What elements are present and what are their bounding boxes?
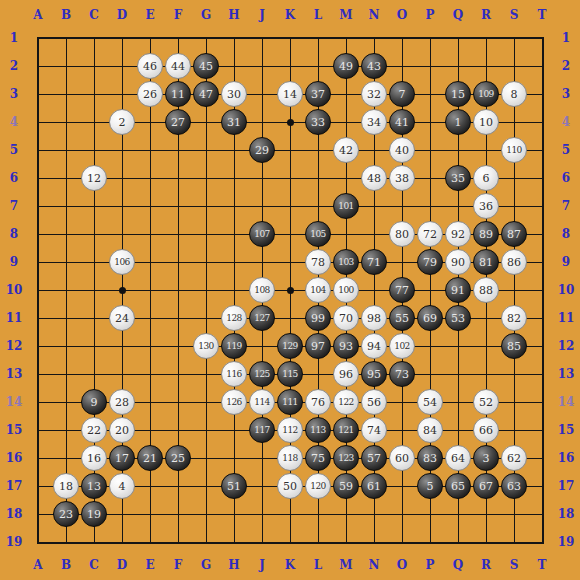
col-label-D-top: D [108,6,136,24]
stone-black-37-L3: 37 [305,81,331,107]
stone-black-119-H12: 119 [221,333,247,359]
stone-black-111-K14: 111 [277,389,303,415]
stone-white-98-N11: 98 [361,305,387,331]
stone-white-16-C16: 16 [81,445,107,471]
row-label-3-right: 3 [552,85,580,103]
stone-black-129-K12: 129 [277,333,303,359]
stone-black-59-M17: 59 [333,473,359,499]
col-label-A-top: A [24,6,52,24]
stone-white-40-O5: 40 [389,137,415,163]
stone-white-118-K16: 118 [277,445,303,471]
stone-black-43-N2: 43 [361,53,387,79]
stone-black-67-R17: 67 [473,473,499,499]
stone-white-72-P8: 72 [417,221,443,247]
stone-white-34-N4: 34 [361,109,387,135]
stone-black-55-O11: 55 [389,305,415,331]
row-label-5-right: 5 [552,141,580,159]
stone-white-116-H13: 116 [221,361,247,387]
stone-white-88-R10: 88 [473,277,499,303]
col-label-T-top: T [528,6,556,24]
goban[interactable]: 1234567891011121314151617181920212223242… [24,24,556,556]
stone-white-126-H14: 126 [221,389,247,415]
col-label-G-top: G [192,6,220,24]
stone-black-65-Q17: 65 [445,473,471,499]
stone-black-105-L8: 105 [305,221,331,247]
stone-black-27-F4: 27 [165,109,191,135]
stone-white-38-O6: 38 [389,165,415,191]
row-label-16-right: 16 [552,449,580,467]
stone-black-93-M12: 93 [333,333,359,359]
stone-white-94-N12: 94 [361,333,387,359]
col-label-S-top: S [500,6,528,24]
stone-black-21-E16: 21 [137,445,163,471]
col-label-E-top: E [136,6,164,24]
stone-white-102-O12: 102 [389,333,415,359]
stone-black-5-P17: 5 [417,473,443,499]
stone-black-101-M7: 101 [333,193,359,219]
col-label-P-bottom: P [416,556,444,574]
col-label-A-bottom: A [24,556,52,574]
stone-white-8-S3: 8 [501,81,527,107]
stone-white-48-N6: 48 [361,165,387,191]
col-label-T-bottom: T [528,556,556,574]
stone-black-117-J15: 117 [249,417,275,443]
col-label-K-bottom: K [276,556,304,574]
row-label-12-right: 12 [552,337,580,355]
col-label-H-bottom: H [220,556,248,574]
stone-black-109-R3: 109 [473,81,499,107]
stone-white-86-S9: 86 [501,249,527,275]
stone-white-78-L9: 78 [305,249,331,275]
stone-white-128-H11: 128 [221,305,247,331]
stone-black-3-R16: 3 [473,445,499,471]
col-label-F-top: F [164,6,192,24]
stone-white-52-R14: 52 [473,389,499,415]
row-label-9-right: 9 [552,253,580,271]
col-label-M-top: M [332,6,360,24]
stone-white-50-K17: 50 [277,473,303,499]
stone-white-46-E2: 46 [137,53,163,79]
row-label-14-right: 14 [552,393,580,411]
stone-white-12-C6: 12 [81,165,107,191]
stone-black-41-O4: 41 [389,109,415,135]
stone-black-99-L11: 99 [305,305,331,331]
stone-black-125-J13: 125 [249,361,275,387]
row-label-10-right: 10 [552,281,580,299]
col-label-F-bottom: F [164,556,192,574]
stone-black-35-Q6: 35 [445,165,471,191]
stone-white-96-M13: 96 [333,361,359,387]
stone-white-56-N14: 56 [361,389,387,415]
stone-white-82-S11: 82 [501,305,527,331]
row-label-1-right: 1 [552,29,580,47]
stone-black-47-G3: 47 [193,81,219,107]
stone-black-23-B18: 23 [53,501,79,527]
stone-white-90-Q9: 90 [445,249,471,275]
stone-black-75-L16: 75 [305,445,331,471]
col-label-R-bottom: R [472,556,500,574]
stone-white-62-S16: 62 [501,445,527,471]
stone-black-107-J8: 107 [249,221,275,247]
stone-black-63-S17: 63 [501,473,527,499]
stone-black-81-R9: 81 [473,249,499,275]
stone-black-45-G2: 45 [193,53,219,79]
stone-white-14-K3: 14 [277,81,303,107]
stone-white-4-D17: 4 [109,473,135,499]
col-label-C-top: C [80,6,108,24]
row-label-17-right: 17 [552,477,580,495]
stone-black-115-K13: 115 [277,361,303,387]
row-label-2-right: 2 [552,57,580,75]
stone-white-42-M5: 42 [333,137,359,163]
stone-black-95-N13: 95 [361,361,387,387]
col-label-C-bottom: C [80,556,108,574]
col-label-R-top: R [472,6,500,24]
col-label-Q-bottom: Q [444,556,472,574]
stone-black-53-Q11: 53 [445,305,471,331]
row-label-7-right: 7 [552,197,580,215]
stone-black-79-P9: 79 [417,249,443,275]
row-label-6-right: 6 [552,169,580,187]
stone-black-61-N17: 61 [361,473,387,499]
stone-black-33-L4: 33 [305,109,331,135]
stone-black-85-S12: 85 [501,333,527,359]
stone-black-103-M9: 103 [333,249,359,275]
col-label-E-bottom: E [136,556,164,574]
stone-black-13-C17: 13 [81,473,107,499]
stone-black-15-Q3: 15 [445,81,471,107]
row-label-19-right: 19 [552,533,580,551]
stone-white-26-E3: 26 [137,81,163,107]
stone-white-10-R4: 10 [473,109,499,135]
stone-white-24-D11: 24 [109,305,135,331]
stone-white-106-D9: 106 [109,249,135,275]
stone-black-57-N16: 57 [361,445,387,471]
stone-black-73-O13: 73 [389,361,415,387]
stone-white-122-M14: 122 [333,389,359,415]
col-label-K-top: K [276,6,304,24]
stone-black-31-H4: 31 [221,109,247,135]
stone-black-71-N9: 71 [361,249,387,275]
stone-white-80-O8: 80 [389,221,415,247]
stone-black-17-D16: 17 [109,445,135,471]
stone-black-91-Q10: 91 [445,277,471,303]
stone-white-22-C15: 22 [81,417,107,443]
stone-black-19-C18: 19 [81,501,107,527]
stone-black-89-R8: 89 [473,221,499,247]
go-game-record-diagram: ABCDEFGHJKLMNOPQRST ABCDEFGHJKLMNOPQRST … [0,0,580,580]
row-label-13-right: 13 [552,365,580,383]
col-label-L-top: L [304,6,332,24]
row-label-15-right: 15 [552,421,580,439]
stone-black-9-C14: 9 [81,389,107,415]
stone-white-54-P14: 54 [417,389,443,415]
stone-white-18-B17: 18 [53,473,79,499]
stone-black-77-O10: 77 [389,277,415,303]
col-label-N-bottom: N [360,556,388,574]
stone-black-11-F3: 11 [165,81,191,107]
stone-white-20-D15: 20 [109,417,135,443]
stone-white-120-L17: 120 [305,473,331,499]
col-label-D-bottom: D [108,556,136,574]
col-label-M-bottom: M [332,556,360,574]
stone-white-60-O16: 60 [389,445,415,471]
row-label-11-right: 11 [552,309,580,327]
stone-white-28-D14: 28 [109,389,135,415]
stone-black-1-Q4: 1 [445,109,471,135]
stone-white-114-J14: 114 [249,389,275,415]
stone-white-92-Q8: 92 [445,221,471,247]
col-label-Q-top: Q [444,6,472,24]
row-label-18-right: 18 [552,505,580,523]
stone-white-32-N3: 32 [361,81,387,107]
stone-black-123-M16: 123 [333,445,359,471]
col-label-L-bottom: L [304,556,332,574]
stone-white-112-K15: 112 [277,417,303,443]
stone-white-104-L10: 104 [305,277,331,303]
stone-white-108-J10: 108 [249,277,275,303]
col-label-B-bottom: B [52,556,80,574]
stone-black-127-J11: 127 [249,305,275,331]
stone-black-113-L15: 113 [305,417,331,443]
stone-white-100-M10: 100 [333,277,359,303]
row-label-4-right: 4 [552,113,580,131]
stone-black-97-L12: 97 [305,333,331,359]
stone-black-69-P11: 69 [417,305,443,331]
col-label-H-top: H [220,6,248,24]
stone-white-74-N15: 74 [361,417,387,443]
stone-white-76-L14: 76 [305,389,331,415]
stone-black-121-M15: 121 [333,417,359,443]
row-label-8-right: 8 [552,225,580,243]
col-label-J-bottom: J [248,556,276,574]
stone-black-83-P16: 83 [417,445,443,471]
col-label-S-bottom: S [500,556,528,574]
col-label-P-top: P [416,6,444,24]
col-label-B-top: B [52,6,80,24]
stone-white-2-D4: 2 [109,109,135,135]
stone-white-84-P15: 84 [417,417,443,443]
stone-black-7-O3: 7 [389,81,415,107]
col-label-O-top: O [388,6,416,24]
stone-white-36-R7: 36 [473,193,499,219]
stone-black-51-H17: 51 [221,473,247,499]
stone-white-130-G12: 130 [193,333,219,359]
stone-black-87-S8: 87 [501,221,527,247]
col-label-O-bottom: O [388,556,416,574]
col-label-N-top: N [360,6,388,24]
stone-white-30-H3: 30 [221,81,247,107]
stone-black-29-J5: 29 [249,137,275,163]
stone-white-110-S5: 110 [501,137,527,163]
stone-black-25-F16: 25 [165,445,191,471]
stone-white-44-F2: 44 [165,53,191,79]
stone-white-64-Q16: 64 [445,445,471,471]
stone-white-70-M11: 70 [333,305,359,331]
col-label-G-bottom: G [192,556,220,574]
stone-white-6-R6: 6 [473,165,499,191]
stone-black-49-M2: 49 [333,53,359,79]
stone-white-66-R15: 66 [473,417,499,443]
col-label-J-top: J [248,6,276,24]
